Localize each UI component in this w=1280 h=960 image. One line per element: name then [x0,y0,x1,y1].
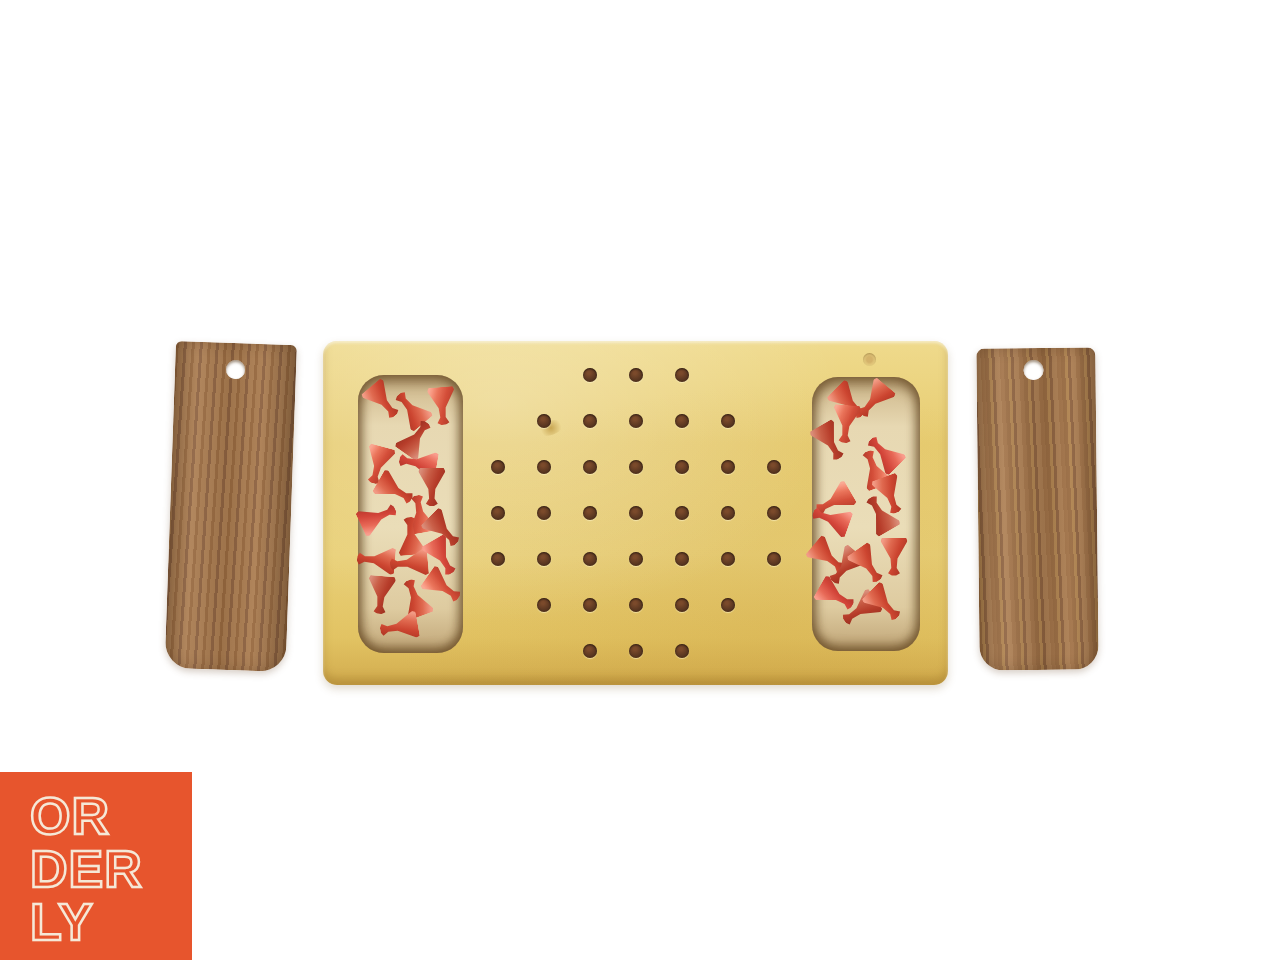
board-hole [583,414,597,428]
board-hole [629,506,643,520]
left-tray-pegs [362,379,459,649]
red-peg [355,496,401,537]
hole-grid [475,352,797,674]
board-hole-cell [521,444,567,490]
board-hole [491,460,505,474]
board-hole [767,552,781,566]
board-hole [629,552,643,566]
board-hole-cell [659,398,705,444]
orderly-logo: OR DER LY [0,772,192,960]
board-hole-cell [613,352,659,398]
board-hole [537,414,551,428]
right-tray-pegs [816,381,916,647]
board-hole-cell [751,444,797,490]
board-hole [721,598,735,612]
board-hole-cell [613,398,659,444]
board-hole [675,598,689,612]
board-hole-cell [567,352,613,398]
wood-knot-detail [863,353,876,366]
finger-hole [226,360,246,380]
board-hole-cell [521,582,567,628]
board-hole [491,506,505,520]
board-hole-cell [613,582,659,628]
orderly-logo-text: OR DER LY [30,790,143,949]
board-hole [583,460,597,474]
board-hole [629,598,643,612]
board-hole [583,552,597,566]
board-blank-cell [521,628,567,674]
board-hole [721,506,735,520]
board-hole-cell [475,490,521,536]
board-blank-cell [705,628,751,674]
board-hole-cell [613,628,659,674]
board-hole-cell [567,398,613,444]
board-hole-cell [613,490,659,536]
board-hole-cell [705,490,751,536]
board-hole-cell [521,536,567,582]
board-hole [537,460,551,474]
board-hole [767,460,781,474]
board-hole [583,644,597,658]
board-hole [675,460,689,474]
board-hole [721,414,735,428]
board-blank-cell [751,582,797,628]
right-peg-tray [812,377,920,651]
board-hole-cell [705,398,751,444]
board-hole-cell [659,352,705,398]
board-blank-cell [751,628,797,674]
logo-line-1: OR [30,790,143,843]
board-blank-cell [521,352,567,398]
board-hole [629,368,643,382]
board-hole [675,552,689,566]
board-hole-cell [751,536,797,582]
board-hole-cell [705,582,751,628]
board-hole-cell [705,444,751,490]
board-hole [537,506,551,520]
board-hole-cell [475,444,521,490]
product-photo: OR DER LY [0,0,1280,960]
red-peg [418,468,445,506]
red-peg [378,611,420,644]
board-hole-cell [705,536,751,582]
board-hole [721,552,735,566]
board-hole-cell [567,490,613,536]
board-hole [675,414,689,428]
board-hole-cell [659,536,705,582]
board-hole-cell [521,490,567,536]
right-sliding-lid [976,347,1098,670]
board-hole [583,598,597,612]
board-hole-cell [659,628,705,674]
board-hole [675,644,689,658]
board-hole [537,598,551,612]
board-blank-cell [705,352,751,398]
red-peg [831,403,861,443]
red-peg [859,491,901,537]
board-hole [675,506,689,520]
board-hole-cell [613,444,659,490]
logo-line-2: DER [30,843,143,896]
board-hole [629,460,643,474]
board-blank-cell [475,582,521,628]
board-hole [629,644,643,658]
board-hole-cell [613,536,659,582]
solitaire-board [323,341,948,685]
board-hole-cell [567,628,613,674]
board-hole-cell [567,444,613,490]
red-peg [881,538,908,576]
board-hole [675,368,689,382]
board-hole-cell [521,398,567,444]
board-hole-cell [659,582,705,628]
board-hole-cell [567,536,613,582]
red-peg [426,386,456,426]
red-peg [372,468,418,510]
board-hole [583,506,597,520]
board-hole-cell [751,490,797,536]
board-blank-cell [475,352,521,398]
board-blank-cell [751,352,797,398]
board-hole [629,414,643,428]
red-peg [366,575,396,615]
board-hole [767,506,781,520]
board-hole [491,552,505,566]
board-hole-cell [567,582,613,628]
board-hole-cell [659,490,705,536]
board-hole [721,460,735,474]
red-peg [355,545,395,575]
board-hole-cell [659,444,705,490]
board-blank-cell [751,398,797,444]
board-blank-cell [475,628,521,674]
board-hole [537,552,551,566]
finger-hole [1023,360,1043,380]
board-hole [583,368,597,382]
left-peg-tray [358,375,463,653]
board-hole-cell [475,536,521,582]
logo-line-3: LY [30,896,143,949]
left-sliding-lid [165,341,297,672]
board-blank-cell [475,398,521,444]
